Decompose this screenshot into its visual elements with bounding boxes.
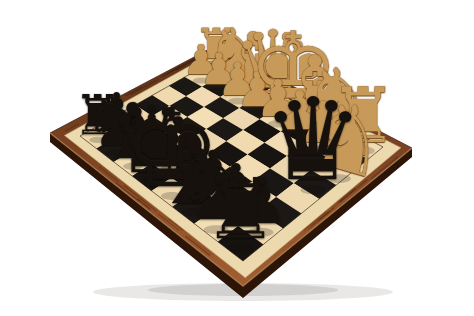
chess-set-photo: ♜♞♝♛♚♝♞♜♟♟♟♟♟♟♟♟♞♛♟♟♟♟♟♟♟♟♜♞♝♛♚♝♞♜ Overh… bbox=[0, 0, 474, 316]
chess-board: ♜♞♝♛♚♝♞♜♟♟♟♟♟♟♟♟♞♛♟♟♟♟♟♟♟♟♜♞♝♛♚♝♞♜ bbox=[0, 0, 474, 316]
board-rendering bbox=[0, 0, 474, 316]
